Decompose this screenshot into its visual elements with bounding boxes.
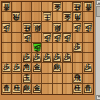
shogi-piece-sente-4g[interactable]: 銀 xyxy=(53,63,62,72)
board-square-1f[interactable] xyxy=(83,53,93,63)
shogi-piece-gote-1a[interactable]: 香 xyxy=(84,2,93,11)
shogi-piece-sente-7g[interactable]: 角 xyxy=(23,63,32,72)
board-square-9d[interactable] xyxy=(2,33,12,43)
shogi-piece-sente-2h[interactable]: 飛 xyxy=(73,74,82,83)
shogi-piece-gote-5d[interactable]: 歩 xyxy=(43,33,52,42)
board-square-2i[interactable]: 桂 xyxy=(73,84,83,94)
board-square-7a[interactable] xyxy=(22,2,32,12)
board-square-5a[interactable] xyxy=(42,2,52,12)
scroll-up-button[interactable] xyxy=(96,0,100,5)
board-square-4e[interactable] xyxy=(53,43,63,53)
board-square-6b[interactable] xyxy=(32,12,42,22)
shogi-piece-sente-3f[interactable]: 歩 xyxy=(63,53,72,62)
board-square-3e[interactable] xyxy=(63,43,73,53)
shogi-piece-sente-7f[interactable]: 歩 xyxy=(23,53,32,62)
board-square-5d[interactable]: 歩 xyxy=(42,33,52,43)
shogi-piece-sente-2e[interactable]: 歩 xyxy=(73,43,82,52)
board-square-8a[interactable] xyxy=(12,2,22,12)
board-square-6a[interactable] xyxy=(32,2,42,12)
shogi-piece-sente-8g[interactable]: 歩 xyxy=(12,63,21,72)
board-square-4a[interactable]: 金 xyxy=(53,2,63,12)
scroll-thumb[interactable] xyxy=(96,6,100,17)
board-square-5c[interactable] xyxy=(42,22,52,32)
board-square-2e[interactable]: 歩 xyxy=(73,43,83,53)
scroll-down-arrow-icon xyxy=(98,96,100,98)
board-square-9i[interactable]: 香 xyxy=(2,84,12,94)
shogi-board: 香金桂香飛王金角歩桂銀銀歩歩歩歩歩歩歩歩歩歩歩歩歩歩歩角金銀歩玉飛香桂銀金桂香 xyxy=(1,1,94,95)
shogi-piece-gote-6e[interactable]: 歩 xyxy=(33,43,42,52)
board-square-3f[interactable]: 歩 xyxy=(63,53,73,63)
board-square-6i[interactable]: 金 xyxy=(32,84,42,94)
board-square-4c[interactable]: 銀 xyxy=(53,22,63,32)
shogi-piece-sente-1g[interactable]: 歩 xyxy=(84,63,93,72)
board-square-2g[interactable] xyxy=(73,63,83,73)
board-square-2c[interactable]: 歩 xyxy=(73,22,83,32)
board-square-5f[interactable]: 歩 xyxy=(42,53,52,63)
board-square-8c[interactable] xyxy=(12,22,22,32)
board-square-2b[interactable]: 角 xyxy=(73,12,83,22)
board-square-1i[interactable]: 香 xyxy=(83,84,93,94)
shogi-piece-gote-7d[interactable]: 歩 xyxy=(23,33,32,42)
board-square-2h[interactable]: 飛 xyxy=(73,74,83,84)
shogi-piece-sente-9g[interactable]: 歩 xyxy=(2,63,11,72)
shogi-piece-sente-9i[interactable]: 香 xyxy=(2,84,11,93)
scrollbar[interactable] xyxy=(95,0,100,100)
shogi-piece-sente-8i[interactable]: 桂 xyxy=(12,84,21,93)
shogi-piece-gote-4d[interactable]: 歩 xyxy=(53,33,62,42)
board-square-6c[interactable]: 銀 xyxy=(32,22,42,32)
board-square-8i[interactable]: 桂 xyxy=(12,84,22,94)
board-square-7h[interactable]: 玉 xyxy=(22,74,32,84)
board-square-8g[interactable]: 歩 xyxy=(12,63,22,73)
board-square-7d[interactable]: 歩 xyxy=(22,33,32,43)
board-square-7f[interactable]: 歩 xyxy=(22,53,32,63)
shogi-piece-gote-1c[interactable]: 歩 xyxy=(84,23,93,32)
board-square-1h[interactable] xyxy=(83,74,93,84)
board-square-3g[interactable] xyxy=(63,63,73,73)
shogi-piece-gote-2c[interactable]: 歩 xyxy=(73,23,82,32)
board-square-5i[interactable] xyxy=(42,84,52,94)
board-square-1d[interactable] xyxy=(83,33,93,43)
board-square-4f[interactable]: 歩 xyxy=(53,53,63,63)
shogi-piece-gote-9a[interactable]: 香 xyxy=(2,2,11,11)
shogi-piece-gote-3d[interactable]: 歩 xyxy=(63,33,72,42)
scroll-down-button[interactable] xyxy=(96,95,100,100)
shogi-piece-gote-2a[interactable]: 桂 xyxy=(73,2,82,11)
shogi-piece-gote-6c[interactable]: 銀 xyxy=(33,23,42,32)
board-square-2a[interactable]: 桂 xyxy=(73,2,83,12)
shogi-piece-gote-5b[interactable]: 王 xyxy=(43,12,52,21)
board-square-2f[interactable] xyxy=(73,53,83,63)
board-square-6e[interactable]: 歩 xyxy=(32,43,42,53)
shogi-piece-gote-9c[interactable]: 歩 xyxy=(2,23,11,32)
board-square-8f[interactable] xyxy=(12,53,22,63)
shogi-piece-sente-6i[interactable]: 金 xyxy=(33,84,42,93)
shogi-piece-sente-6f[interactable]: 歩 xyxy=(33,53,42,62)
board-square-4b[interactable] xyxy=(53,12,63,22)
board-square-3i[interactable] xyxy=(63,84,73,94)
board-square-9h[interactable] xyxy=(2,74,12,84)
board-square-4i[interactable] xyxy=(53,84,63,94)
board-square-9f[interactable] xyxy=(2,53,12,63)
shogi-app-window: 香金桂香飛王金角歩桂銀銀歩歩歩歩歩歩歩歩歩歩歩歩歩歩歩角金銀歩玉飛香桂銀金桂香 xyxy=(0,0,100,100)
board-square-8b[interactable]: 飛 xyxy=(12,12,22,22)
shogi-piece-gote-3b[interactable]: 金 xyxy=(63,12,72,21)
board-square-4d[interactable]: 歩 xyxy=(53,33,63,43)
board-square-4g[interactable]: 銀 xyxy=(53,63,63,73)
board-square-5h[interactable] xyxy=(42,74,52,84)
shogi-piece-sente-5f[interactable]: 歩 xyxy=(43,53,52,62)
board-square-1g[interactable]: 歩 xyxy=(83,63,93,73)
shogi-piece-gote-4c[interactable]: 銀 xyxy=(53,23,62,32)
board-square-7g[interactable]: 角 xyxy=(22,63,32,73)
board-square-3d[interactable]: 歩 xyxy=(63,33,73,43)
shogi-piece-sente-7i[interactable]: 銀 xyxy=(23,84,32,93)
board-square-8h[interactable] xyxy=(12,74,22,84)
board-square-6f[interactable]: 歩 xyxy=(32,53,42,63)
board-square-9c[interactable]: 歩 xyxy=(2,22,12,32)
board-square-3c[interactable] xyxy=(63,22,73,32)
board-square-3b[interactable]: 金 xyxy=(63,12,73,22)
board-square-6h[interactable] xyxy=(32,74,42,84)
board-square-7c[interactable]: 桂 xyxy=(22,22,32,32)
shogi-piece-sente-6g[interactable]: 金 xyxy=(33,63,42,72)
board-square-6d[interactable] xyxy=(32,33,42,43)
board-square-1c[interactable]: 歩 xyxy=(83,22,93,32)
board-square-2d[interactable] xyxy=(73,33,83,43)
shogi-piece-sente-2i[interactable]: 桂 xyxy=(73,84,82,93)
board-square-5b[interactable]: 王 xyxy=(42,12,52,22)
board-square-3a[interactable] xyxy=(63,2,73,12)
board-square-9g[interactable]: 歩 xyxy=(2,63,12,73)
board-square-8e[interactable] xyxy=(12,43,22,53)
board-square-4h[interactable] xyxy=(53,74,63,84)
board-square-7e[interactable] xyxy=(22,43,32,53)
shogi-piece-sente-7h[interactable]: 玉 xyxy=(23,74,32,83)
board-square-1a[interactable]: 香 xyxy=(83,2,93,12)
scroll-up-arrow-icon xyxy=(98,2,100,4)
shogi-piece-sente-4f[interactable]: 歩 xyxy=(53,53,62,62)
board-square-7i[interactable]: 銀 xyxy=(22,84,32,94)
board-square-5e[interactable] xyxy=(42,43,52,53)
shogi-piece-gote-7c[interactable]: 桂 xyxy=(23,23,32,32)
shogi-piece-gote-8b[interactable]: 飛 xyxy=(12,12,21,21)
board-square-1e[interactable] xyxy=(83,43,93,53)
shogi-piece-sente-1i[interactable]: 香 xyxy=(84,84,93,93)
board-square-5g[interactable] xyxy=(42,63,52,73)
board-square-3h[interactable] xyxy=(63,74,73,84)
board-square-8d[interactable] xyxy=(12,33,22,43)
board-square-9e[interactable] xyxy=(2,43,12,53)
board-square-9a[interactable]: 香 xyxy=(2,2,12,12)
board-square-6g[interactable]: 金 xyxy=(32,63,42,73)
board-square-9b[interactable] xyxy=(2,12,12,22)
shogi-piece-gote-2b[interactable]: 角 xyxy=(73,12,82,21)
board-square-7b[interactable] xyxy=(22,12,32,22)
board-square-1b[interactable] xyxy=(83,12,93,22)
shogi-piece-gote-4a[interactable]: 金 xyxy=(53,2,62,11)
